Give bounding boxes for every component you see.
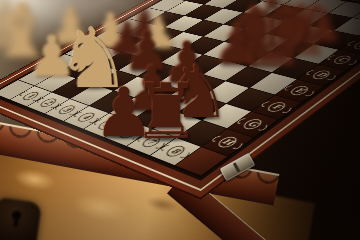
keyhole-icon [11,210,21,220]
chess-board-photo: ABCDEFGH12345678 ♚♝♟♟♞♟♟♟♟♟♟♟♟♜♞♟♝♚♜♟ [0,0,360,240]
white-bishop-d3: ♝ [0,0,56,69]
white-king-g1: ♚ [0,0,35,60]
keyhole-plate [0,197,42,240]
scroll-ornament-icon [347,59,358,65]
